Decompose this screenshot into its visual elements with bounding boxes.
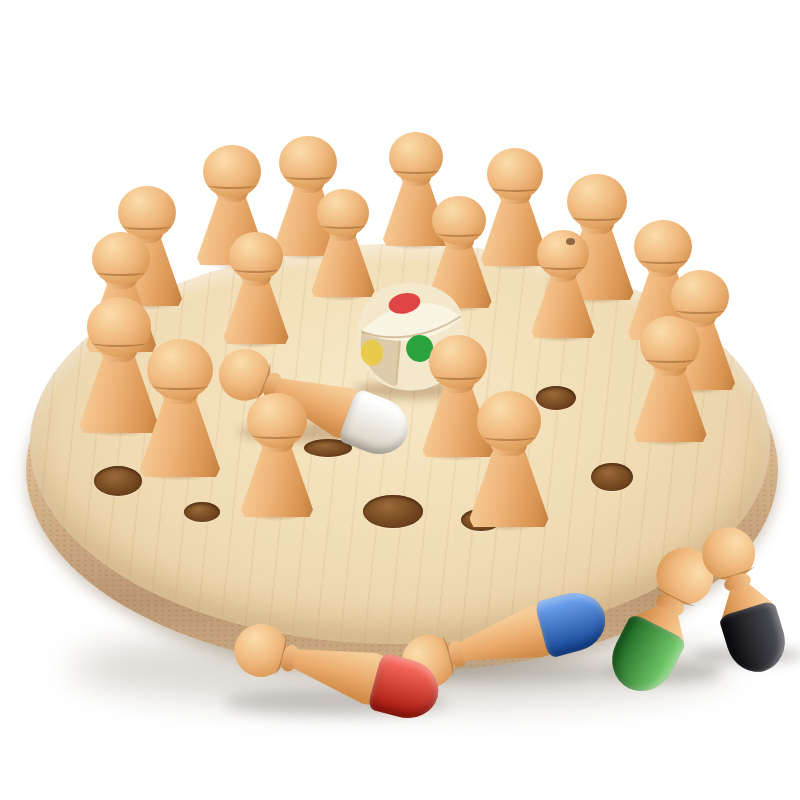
- peg-head: [477, 391, 542, 451]
- peg-hole: [591, 463, 633, 491]
- peg-head: [147, 339, 213, 400]
- scene: [0, 0, 800, 800]
- peg-head: [92, 232, 149, 285]
- wood-knot-icon: [566, 238, 575, 245]
- standing-peg: [140, 339, 220, 477]
- standing-peg: [532, 230, 595, 338]
- peg-head: [389, 132, 443, 182]
- peg-head: [429, 335, 487, 389]
- peg-head: [118, 186, 175, 239]
- standing-peg: [224, 232, 289, 344]
- peg-head: [634, 220, 691, 273]
- peg-head: [537, 230, 589, 278]
- peg-body: [224, 279, 289, 344]
- peg-head: [247, 393, 306, 448]
- peg-body: [470, 448, 549, 527]
- peg-body: [241, 445, 313, 517]
- peg-head: [567, 174, 627, 229]
- peg-body: [532, 275, 595, 338]
- standing-peg: [312, 189, 375, 297]
- peg-head: [279, 136, 336, 189]
- peg-head: [317, 189, 369, 237]
- peg-head: [432, 196, 485, 245]
- peg-head: [640, 316, 700, 371]
- peg-head: [487, 148, 543, 200]
- peg-head: [671, 270, 728, 323]
- peg-body: [634, 369, 707, 442]
- standing-peg: [634, 316, 707, 442]
- peg-hole: [184, 502, 220, 522]
- standing-peg: [470, 391, 549, 527]
- peg-head: [229, 232, 282, 281]
- peg-hole: [363, 495, 423, 528]
- peg-head: [203, 145, 260, 198]
- standing-peg: [241, 393, 313, 517]
- peg-hole: [94, 466, 142, 496]
- peg-body: [140, 397, 220, 477]
